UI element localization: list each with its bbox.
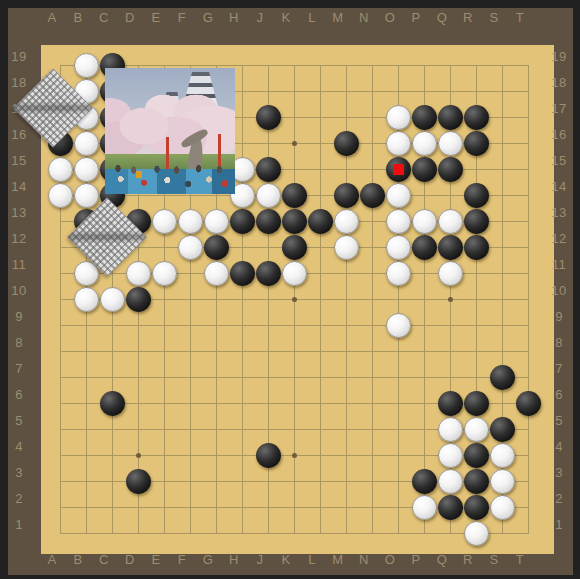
- coordinate-label: 12: [551, 232, 566, 246]
- coordinate-label: A: [47, 553, 56, 567]
- stone-white: [334, 235, 359, 260]
- coordinate-label: N: [359, 11, 369, 25]
- stone-white: [74, 157, 99, 182]
- stone-black: [256, 209, 281, 234]
- coordinate-label: 5: [15, 414, 23, 428]
- stone-black: [438, 105, 463, 130]
- stone-white: [282, 261, 307, 286]
- stone-white: [386, 235, 411, 260]
- coordinate-label: 16: [551, 128, 566, 142]
- stone-black: [464, 235, 489, 260]
- coordinate-label: 10: [11, 284, 26, 298]
- star-point: [448, 297, 453, 302]
- stone-black: [256, 261, 281, 286]
- stone-black: [464, 105, 489, 130]
- coordinate-label: H: [229, 553, 239, 567]
- coordinate-label: M: [332, 553, 343, 567]
- coordinate-label: P: [411, 553, 420, 567]
- stone-black: [464, 183, 489, 208]
- stone-black: [412, 157, 437, 182]
- coordinate-label: R: [463, 553, 473, 567]
- stone-white: [204, 209, 229, 234]
- coordinate-label: 11: [12, 258, 27, 272]
- stone-white: [490, 495, 515, 520]
- coordinate-label: J: [257, 11, 264, 25]
- stone-black: [438, 157, 463, 182]
- coordinate-label: 13: [11, 206, 26, 220]
- coordinate-label: K: [281, 553, 290, 567]
- coordinate-label: 18: [11, 76, 26, 90]
- coordinate-label: 17: [551, 102, 566, 116]
- hanami-crowd: [105, 161, 235, 176]
- stone-black: [282, 183, 307, 208]
- stone-white: [74, 287, 99, 312]
- coordinate-label: C: [99, 553, 109, 567]
- coordinate-label: 4: [555, 440, 563, 454]
- stone-black: [464, 391, 489, 416]
- stone-black: [126, 287, 151, 312]
- stone-white: [386, 261, 411, 286]
- coordinate-label: 7: [15, 362, 23, 376]
- stone-white: [412, 495, 437, 520]
- stone-black: [438, 235, 463, 260]
- coordinate-label: D: [125, 11, 135, 25]
- coordinate-label: D: [125, 553, 135, 567]
- stone-black: [412, 469, 437, 494]
- stone-white: [386, 209, 411, 234]
- coordinate-label: B: [73, 11, 82, 25]
- coordinate-label: 1: [555, 518, 563, 532]
- stone-black: [282, 209, 307, 234]
- coordinate-label: S: [489, 11, 498, 25]
- stone-black: [490, 417, 515, 442]
- coordinate-label: T: [516, 553, 524, 567]
- coordinate-label: 14: [551, 180, 566, 194]
- coordinate-label: C: [99, 11, 109, 25]
- stone-white: [412, 131, 437, 156]
- coordinate-label: 4: [15, 440, 23, 454]
- coordinate-label: R: [463, 11, 473, 25]
- coordinate-label: G: [203, 11, 214, 25]
- coordinate-label: E: [151, 11, 160, 25]
- coordinate-label: Q: [437, 553, 448, 567]
- stone-white: [74, 53, 99, 78]
- stone-white: [438, 131, 463, 156]
- stone-black: [256, 157, 281, 182]
- coordinate-label: S: [489, 553, 498, 567]
- stone-black: [204, 235, 229, 260]
- star-point: [292, 141, 297, 146]
- stone-black: [438, 495, 463, 520]
- stone-black: [230, 209, 255, 234]
- stone-white: [178, 235, 203, 260]
- coordinate-label: N: [359, 553, 369, 567]
- coordinate-label: F: [178, 553, 186, 567]
- coordinate-label: 16: [11, 128, 26, 142]
- stone-white: [386, 131, 411, 156]
- coordinate-label: 1: [15, 518, 23, 532]
- stone-black: [308, 209, 333, 234]
- stone-white: [490, 443, 515, 468]
- coordinate-label: 18: [551, 76, 566, 90]
- stone-white: [74, 131, 99, 156]
- coordinate-label: 13: [551, 206, 566, 220]
- stone-white: [490, 469, 515, 494]
- coordinate-label: 2: [555, 492, 563, 506]
- coordinate-label: 14: [11, 180, 26, 194]
- stone-white: [256, 183, 281, 208]
- stone-white: [48, 157, 73, 182]
- orange-sign: [136, 171, 142, 178]
- coordinate-label: 12: [11, 232, 26, 246]
- stone-black: [464, 209, 489, 234]
- coordinate-label: P: [411, 11, 420, 25]
- coordinate-label: 8: [15, 336, 23, 350]
- stone-black: [412, 105, 437, 130]
- stone-white: [386, 313, 411, 338]
- coordinate-label: O: [385, 553, 396, 567]
- stone-white: [464, 521, 489, 546]
- stone-black: [464, 469, 489, 494]
- coordinate-label: 19: [551, 50, 566, 64]
- stone-white: [48, 183, 73, 208]
- coordinate-label: G: [203, 553, 214, 567]
- coordinate-label: Q: [437, 11, 448, 25]
- stone-black: [256, 105, 281, 130]
- stone-black: [464, 443, 489, 468]
- coordinate-label: F: [178, 11, 186, 25]
- stone-white: [438, 469, 463, 494]
- stone-black: [230, 261, 255, 286]
- star-point: [136, 453, 141, 458]
- stone-black: [256, 443, 281, 468]
- stone-white: [126, 261, 151, 286]
- coordinate-label: K: [281, 11, 290, 25]
- coordinate-label: E: [151, 553, 160, 567]
- stone-black: [516, 391, 541, 416]
- coordinate-label: 2: [15, 492, 23, 506]
- stone-white: [438, 417, 463, 442]
- stone-white: [178, 209, 203, 234]
- stone-white: [74, 183, 99, 208]
- stone-white: [204, 261, 229, 286]
- board-frame: ABCDEFGHJKLMNOPQRST ABCDEFGHJKLMNOPQRST …: [8, 8, 573, 575]
- coordinate-label: T: [516, 11, 524, 25]
- stone-white: [412, 209, 437, 234]
- coordinate-label: 19: [11, 50, 26, 64]
- coordinate-label: 15: [11, 154, 26, 168]
- coordinate-label: 7: [555, 362, 563, 376]
- stone-black: [334, 183, 359, 208]
- stone-white: [152, 261, 177, 286]
- stone-black: [282, 235, 307, 260]
- stone-black: [438, 391, 463, 416]
- stone-black: [490, 365, 515, 390]
- stone-white: [334, 209, 359, 234]
- stone-black: [360, 183, 385, 208]
- stone-black: [100, 391, 125, 416]
- stone-black: [464, 131, 489, 156]
- stone-black: [412, 235, 437, 260]
- screenshot-root: { "game": "go", "board": { "size": 19, "…: [0, 0, 580, 579]
- stone-white: [152, 209, 177, 234]
- coordinate-label: 10: [551, 284, 566, 298]
- stone-white: [386, 105, 411, 130]
- stone-white: [438, 261, 463, 286]
- last-move-marker: [393, 164, 404, 175]
- coordinate-label: 6: [15, 388, 23, 402]
- coordinate-label: L: [308, 553, 316, 567]
- star-point: [292, 297, 297, 302]
- coordinate-label: 8: [555, 336, 563, 350]
- stone-black: [334, 131, 359, 156]
- coordinate-label: 15: [551, 154, 566, 168]
- coordinate-label: O: [385, 11, 396, 25]
- coordinate-label: 9: [555, 310, 563, 324]
- stone-white: [100, 287, 125, 312]
- coordinate-label: M: [332, 11, 343, 25]
- coordinate-label: 6: [555, 388, 563, 402]
- coordinate-label: 3: [15, 466, 23, 480]
- coordinate-label: 5: [555, 414, 563, 428]
- star-point: [292, 453, 297, 458]
- coordinate-label: 9: [15, 310, 23, 324]
- coordinate-label: 11: [552, 258, 567, 272]
- stone-white: [464, 417, 489, 442]
- photo-overlay: [105, 68, 235, 194]
- coordinate-label: B: [73, 553, 82, 567]
- stone-black: [464, 495, 489, 520]
- stone-black: [126, 469, 151, 494]
- coordinate-label: 3: [555, 466, 563, 480]
- coordinate-label: J: [257, 553, 264, 567]
- coordinate-label: H: [229, 11, 239, 25]
- stone-white: [438, 209, 463, 234]
- coordinate-label: L: [308, 11, 316, 25]
- coordinate-label: A: [47, 11, 56, 25]
- stone-white: [438, 443, 463, 468]
- stone-white: [386, 183, 411, 208]
